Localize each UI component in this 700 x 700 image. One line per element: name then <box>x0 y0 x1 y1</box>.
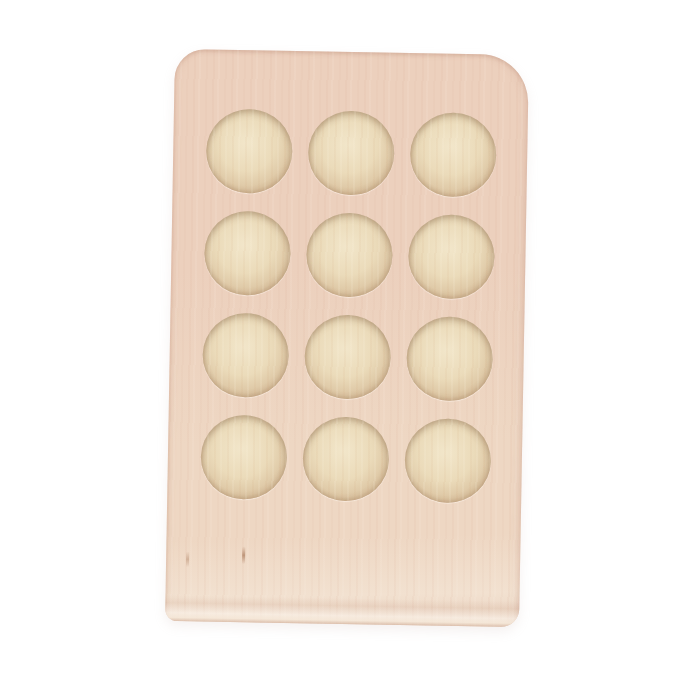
pit-r1-c3[interactable] <box>409 112 496 197</box>
pit-r2-c2[interactable] <box>306 212 393 297</box>
pit-r3-c3[interactable] <box>406 316 493 401</box>
pit-r1-c1[interactable] <box>206 109 293 194</box>
wood-grain-mark <box>186 551 189 567</box>
pit-r1-c2[interactable] <box>308 110 395 195</box>
pit-r2-c1[interactable] <box>204 211 291 296</box>
wood-grain-mark <box>242 546 245 564</box>
pit-r3-c2[interactable] <box>304 314 391 399</box>
pit-r4-c1[interactable] <box>200 414 287 499</box>
photo-background <box>0 0 700 700</box>
pits-grid <box>200 109 497 504</box>
pit-r3-c1[interactable] <box>202 312 289 397</box>
pit-r4-c3[interactable] <box>404 418 491 503</box>
pit-r2-c3[interactable] <box>408 214 495 299</box>
pit-r4-c2[interactable] <box>302 416 389 501</box>
wooden-board <box>165 49 529 627</box>
